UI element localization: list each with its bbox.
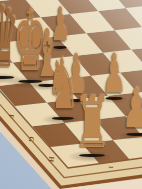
board-graphic: F G H 1 bbox=[0, 0, 142, 189]
rank-label-1: 1 bbox=[108, 165, 114, 169]
chess-photo: F G H 1 ♛♚♝♟♟♞♟♜♟ bbox=[0, 0, 142, 189]
